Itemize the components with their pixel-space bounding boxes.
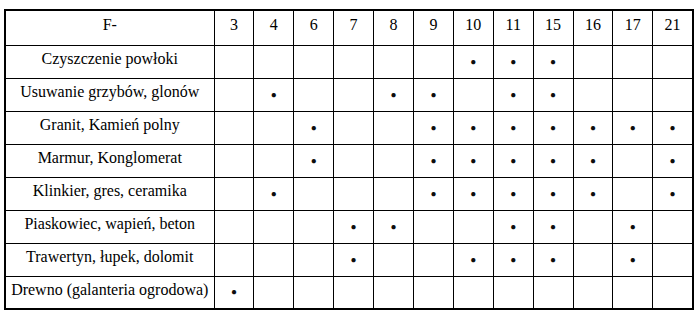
mark-cell [214, 243, 254, 276]
mark-cell [334, 177, 374, 210]
table-row: Usuwanie grzybów, glonów●●●●● [5, 78, 693, 111]
dot-mark: ● [550, 189, 556, 199]
mark-cell [653, 210, 693, 243]
mark-cell [214, 111, 254, 144]
column-header: 3 [214, 10, 254, 45]
mark-cell [334, 45, 374, 78]
dot-mark: ● [231, 287, 237, 297]
mark-cell [573, 45, 613, 78]
mark-cell [533, 276, 573, 309]
table-row: Granit, Kamień polny●●●●●●●● [5, 111, 693, 144]
column-header: 6 [294, 10, 334, 45]
dot-mark: ● [630, 123, 636, 133]
column-header: 8 [374, 10, 414, 45]
mark-cell: ● [493, 78, 533, 111]
mark-cell [294, 210, 334, 243]
mark-cell: ● [493, 210, 533, 243]
header-row: F-346789101115161721 [5, 10, 693, 45]
dot-mark: ● [470, 255, 476, 265]
row-label: Marmur, Konglomerat [5, 144, 214, 177]
column-header: 7 [334, 10, 374, 45]
mark-cell: ● [533, 111, 573, 144]
table-row: Klinkier, gres, ceramika●●●●●●● [5, 177, 693, 210]
mark-cell: ● [573, 111, 613, 144]
mark-cell [653, 243, 693, 276]
row-label: Klinkier, gres, ceramika [5, 177, 214, 210]
dot-mark: ● [470, 156, 476, 166]
mark-cell: ● [453, 111, 493, 144]
table-row: Trawertyn, łupek, dolomit●●●●● [5, 243, 693, 276]
dot-mark: ● [550, 123, 556, 133]
mark-cell: ● [493, 111, 533, 144]
row-label: Piaskowiec, wapień, beton [5, 210, 214, 243]
mark-cell: ● [374, 78, 414, 111]
mark-cell: ● [493, 243, 533, 276]
dot-mark: ● [550, 156, 556, 166]
mark-cell [334, 276, 374, 309]
mark-cell: ● [294, 111, 334, 144]
mark-cell: ● [374, 210, 414, 243]
dot-mark: ● [430, 123, 436, 133]
column-header: 10 [453, 10, 493, 45]
row-label: Granit, Kamień polny [5, 111, 214, 144]
mark-cell: ● [613, 210, 653, 243]
mark-cell: ● [613, 243, 653, 276]
mark-cell: ● [493, 45, 533, 78]
mark-cell: ● [613, 111, 653, 144]
dot-mark: ● [430, 156, 436, 166]
mark-cell [413, 243, 453, 276]
mark-cell [573, 276, 613, 309]
mark-cell [254, 144, 294, 177]
mark-cell: ● [453, 45, 493, 78]
mark-cell [573, 210, 613, 243]
dot-mark: ● [510, 123, 516, 133]
mark-cell [254, 276, 294, 309]
mark-cell: ● [413, 111, 453, 144]
mark-cell: ● [493, 177, 533, 210]
dot-mark: ● [510, 90, 516, 100]
dot-mark: ● [550, 222, 556, 232]
mark-cell: ● [334, 210, 374, 243]
row-label: Czyszczenie powłoki [5, 45, 214, 78]
dot-mark: ● [590, 156, 596, 166]
dot-mark: ● [311, 156, 317, 166]
column-header: 16 [573, 10, 613, 45]
mark-cell [453, 78, 493, 111]
mark-cell [374, 243, 414, 276]
mark-cell [214, 78, 254, 111]
table-row: Drewno (galanteria ogrodowa)● [5, 276, 693, 309]
mark-cell [613, 144, 653, 177]
mark-cell [214, 177, 254, 210]
mark-cell [214, 144, 254, 177]
dot-mark: ● [590, 189, 596, 199]
mark-cell [374, 111, 414, 144]
mark-cell: ● [533, 78, 573, 111]
mark-cell: ● [573, 144, 613, 177]
dot-mark: ● [351, 222, 357, 232]
mark-cell [413, 45, 453, 78]
mark-cell: ● [533, 45, 573, 78]
mark-cell [294, 45, 334, 78]
dot-mark: ● [510, 255, 516, 265]
dot-mark: ● [630, 222, 636, 232]
mark-cell: ● [413, 144, 453, 177]
mark-cell [294, 78, 334, 111]
mark-cell [613, 177, 653, 210]
dot-mark: ● [550, 255, 556, 265]
mark-cell [413, 276, 453, 309]
mark-cell: ● [254, 78, 294, 111]
table-header: F-346789101115161721 [5, 10, 693, 45]
dot-mark: ● [669, 189, 675, 199]
mark-cell [653, 78, 693, 111]
mark-cell: ● [413, 177, 453, 210]
mark-cell [374, 144, 414, 177]
mark-cell [573, 78, 613, 111]
dot-mark: ● [470, 57, 476, 67]
dot-mark: ● [630, 255, 636, 265]
mark-cell: ● [453, 243, 493, 276]
dot-mark: ● [390, 222, 396, 232]
mark-cell [653, 45, 693, 78]
mark-cell [254, 111, 294, 144]
mark-cell: ● [533, 210, 573, 243]
mark-cell: ● [334, 243, 374, 276]
mark-cell: ● [294, 144, 334, 177]
mark-cell [493, 276, 533, 309]
mark-cell [413, 210, 453, 243]
dot-mark: ● [430, 90, 436, 100]
mark-cell [453, 276, 493, 309]
dot-mark: ● [550, 90, 556, 100]
mark-cell: ● [533, 243, 573, 276]
dot-mark: ● [669, 156, 675, 166]
dot-mark: ● [390, 90, 396, 100]
mark-cell [374, 177, 414, 210]
mark-cell [613, 78, 653, 111]
row-label: Usuwanie grzybów, glonów [5, 78, 214, 111]
mark-cell [334, 78, 374, 111]
mark-cell: ● [453, 144, 493, 177]
table-row: Piaskowiec, wapień, beton●●●●● [5, 210, 693, 243]
dot-mark: ● [510, 156, 516, 166]
table-corner-label: F- [5, 10, 214, 45]
dot-mark: ● [351, 255, 357, 265]
mark-cell [573, 243, 613, 276]
dot-mark: ● [271, 90, 277, 100]
mark-cell [334, 144, 374, 177]
mark-cell [653, 276, 693, 309]
dot-mark: ● [470, 123, 476, 133]
dot-mark: ● [669, 123, 675, 133]
mark-cell [374, 276, 414, 309]
dot-mark: ● [510, 57, 516, 67]
mark-cell: ● [653, 144, 693, 177]
mark-cell [214, 210, 254, 243]
mark-cell [294, 276, 334, 309]
row-label: Trawertyn, łupek, dolomit [5, 243, 214, 276]
column-header: 11 [493, 10, 533, 45]
mark-cell [254, 45, 294, 78]
mark-cell [334, 111, 374, 144]
column-header: 17 [613, 10, 653, 45]
row-label: Drewno (galanteria ogrodowa) [5, 276, 214, 309]
column-header: 21 [653, 10, 693, 45]
dot-mark: ● [311, 123, 317, 133]
mark-cell: ● [493, 144, 533, 177]
dot-mark: ● [590, 123, 596, 133]
column-header: 9 [413, 10, 453, 45]
dot-mark: ● [430, 189, 436, 199]
mark-cell: ● [453, 177, 493, 210]
mark-cell: ● [254, 177, 294, 210]
mark-cell [294, 243, 334, 276]
table-body: Czyszczenie powłoki●●●Usuwanie grzybów, … [5, 45, 693, 309]
mark-cell [613, 276, 653, 309]
column-header: 4 [254, 10, 294, 45]
mark-cell: ● [653, 177, 693, 210]
mark-cell [254, 243, 294, 276]
mark-cell: ● [214, 276, 254, 309]
dot-mark: ● [271, 189, 277, 199]
column-header: 15 [533, 10, 573, 45]
mark-cell [294, 177, 334, 210]
table-row: Marmur, Konglomerat●●●●●●● [5, 144, 693, 177]
mark-cell [374, 45, 414, 78]
mark-cell [613, 45, 653, 78]
mark-cell: ● [573, 177, 613, 210]
table-row: Czyszczenie powłoki●●● [5, 45, 693, 78]
mark-cell [254, 210, 294, 243]
dot-mark: ● [510, 189, 516, 199]
dot-mark: ● [510, 222, 516, 232]
compatibility-table: F-346789101115161721 Czyszczenie powłoki… [4, 9, 694, 310]
dot-mark: ● [550, 57, 556, 67]
mark-cell: ● [413, 78, 453, 111]
mark-cell: ● [533, 144, 573, 177]
mark-cell: ● [653, 111, 693, 144]
mark-cell [453, 210, 493, 243]
mark-cell: ● [533, 177, 573, 210]
dot-mark: ● [470, 189, 476, 199]
mark-cell [214, 45, 254, 78]
